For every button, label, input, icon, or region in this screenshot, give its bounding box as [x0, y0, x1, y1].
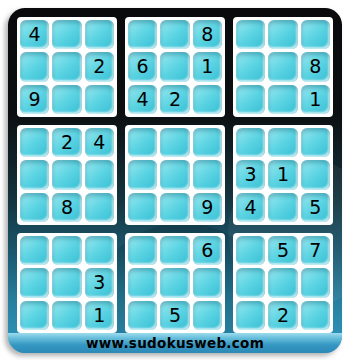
cell-r9c3: 1 — [85, 301, 114, 330]
cell-r3c2[interactable] — [52, 85, 81, 114]
cell-r7c5[interactable] — [160, 236, 189, 265]
cell-r2c9: 8 — [301, 52, 330, 81]
cell-r9c5: 5 — [160, 301, 189, 330]
cell-r7c2[interactable] — [52, 236, 81, 265]
cell-r4c5[interactable] — [160, 128, 189, 157]
cell-r2c5[interactable] — [160, 52, 189, 81]
cell-r7c6: 6 — [193, 236, 222, 265]
cell-r8c6[interactable] — [193, 268, 222, 297]
cell-r5c3[interactable] — [85, 160, 114, 189]
cell-r5c7: 3 — [236, 160, 265, 189]
cell-r8c9[interactable] — [301, 268, 330, 297]
footer-link[interactable]: www.sudokusweb.com — [86, 335, 264, 351]
box-3-2: 65 — [125, 233, 225, 333]
cell-r8c7[interactable] — [236, 268, 265, 297]
cell-r1c1: 4 — [20, 20, 49, 49]
cell-r1c6: 8 — [193, 20, 222, 49]
cell-r6c3[interactable] — [85, 193, 114, 222]
cell-r7c3[interactable] — [85, 236, 114, 265]
box-1-2: 86142 — [125, 17, 225, 117]
cell-r2c6: 1 — [193, 52, 222, 81]
box-3-3: 572 — [233, 233, 333, 333]
cell-r5c8: 1 — [268, 160, 297, 189]
cell-r1c3[interactable] — [85, 20, 114, 49]
cell-r6c4[interactable] — [128, 193, 157, 222]
cell-r2c1[interactable] — [20, 52, 49, 81]
cell-r4c6[interactable] — [193, 128, 222, 157]
cell-r6c5[interactable] — [160, 193, 189, 222]
sudoku-grid: 4298614281248931453165572 — [17, 17, 333, 333]
cell-r3c3[interactable] — [85, 85, 114, 114]
cell-r2c2[interactable] — [52, 52, 81, 81]
cell-r6c2: 8 — [52, 193, 81, 222]
cell-r1c4[interactable] — [128, 20, 157, 49]
cell-r8c8[interactable] — [268, 268, 297, 297]
box-2-2: 9 — [125, 125, 225, 225]
cell-r5c5[interactable] — [160, 160, 189, 189]
cell-r1c8[interactable] — [268, 20, 297, 49]
cell-r5c9[interactable] — [301, 160, 330, 189]
cell-r6c1[interactable] — [20, 193, 49, 222]
cell-r6c6: 9 — [193, 193, 222, 222]
cell-r5c4[interactable] — [128, 160, 157, 189]
cell-r3c9: 1 — [301, 85, 330, 114]
box-3-1: 31 — [17, 233, 117, 333]
cell-r9c7[interactable] — [236, 301, 265, 330]
cell-r2c8[interactable] — [268, 52, 297, 81]
cell-r1c9[interactable] — [301, 20, 330, 49]
box-1-3: 81 — [233, 17, 333, 117]
cell-r5c6[interactable] — [193, 160, 222, 189]
cell-r3c5: 2 — [160, 85, 189, 114]
cell-r3c4: 4 — [128, 85, 157, 114]
box-2-1: 248 — [17, 125, 117, 225]
cell-r3c6[interactable] — [193, 85, 222, 114]
cell-r3c7[interactable] — [236, 85, 265, 114]
cell-r8c5[interactable] — [160, 268, 189, 297]
cell-r4c9[interactable] — [301, 128, 330, 157]
cell-r9c2[interactable] — [52, 301, 81, 330]
cell-r2c4: 6 — [128, 52, 157, 81]
cell-r4c2: 2 — [52, 128, 81, 157]
cell-r7c4[interactable] — [128, 236, 157, 265]
footer-band: www.sudokusweb.com — [8, 333, 342, 353]
cell-r6c8[interactable] — [268, 193, 297, 222]
cell-r8c4[interactable] — [128, 268, 157, 297]
cell-r3c8[interactable] — [268, 85, 297, 114]
cell-r9c6[interactable] — [193, 301, 222, 330]
cell-r6c7: 4 — [236, 193, 265, 222]
cell-r4c7[interactable] — [236, 128, 265, 157]
box-1-1: 429 — [17, 17, 117, 117]
box-2-3: 3145 — [233, 125, 333, 225]
cell-r7c7[interactable] — [236, 236, 265, 265]
cell-r9c1[interactable] — [20, 301, 49, 330]
cell-r7c8: 5 — [268, 236, 297, 265]
cell-r4c1[interactable] — [20, 128, 49, 157]
cell-r1c2[interactable] — [52, 20, 81, 49]
cell-r9c4[interactable] — [128, 301, 157, 330]
cell-r8c3: 3 — [85, 268, 114, 297]
cell-r4c4[interactable] — [128, 128, 157, 157]
board-frame: 4298614281248931453165572 www.sudokusweb… — [8, 8, 342, 353]
cell-r3c1: 9 — [20, 85, 49, 114]
cell-r5c1[interactable] — [20, 160, 49, 189]
cell-r9c9[interactable] — [301, 301, 330, 330]
cell-r1c5[interactable] — [160, 20, 189, 49]
cell-r4c8[interactable] — [268, 128, 297, 157]
cell-r5c2[interactable] — [52, 160, 81, 189]
cell-r7c1[interactable] — [20, 236, 49, 265]
cell-r7c9: 7 — [301, 236, 330, 265]
cell-r6c9: 5 — [301, 193, 330, 222]
cell-r2c7[interactable] — [236, 52, 265, 81]
cell-r4c3: 4 — [85, 128, 114, 157]
cell-r9c8: 2 — [268, 301, 297, 330]
cell-r2c3: 2 — [85, 52, 114, 81]
cell-r8c2[interactable] — [52, 268, 81, 297]
cell-r8c1[interactable] — [20, 268, 49, 297]
cell-r1c7[interactable] — [236, 20, 265, 49]
